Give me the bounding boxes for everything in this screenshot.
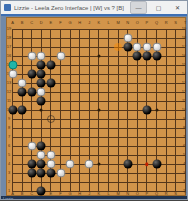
coord-label: 5 xyxy=(8,153,10,157)
coord-label: E xyxy=(50,192,53,196)
coord-label: L xyxy=(107,21,109,25)
coord-label: 1 xyxy=(183,189,185,193)
coord-label: T xyxy=(184,21,186,25)
coord-label: K xyxy=(98,192,101,196)
coord-label: 15 xyxy=(182,63,186,67)
black-stone xyxy=(142,52,151,61)
coord-label: 1 xyxy=(8,189,10,193)
white-stone xyxy=(152,43,161,52)
coord-label: J xyxy=(88,192,90,196)
black-stone xyxy=(8,106,17,115)
coord-label: J xyxy=(88,21,90,25)
black-stone xyxy=(133,52,142,61)
titlebar-accent-line xyxy=(1,14,187,16)
black-stone xyxy=(18,88,27,97)
black-stone xyxy=(152,160,161,169)
black-stone xyxy=(18,106,27,115)
white-stone xyxy=(133,43,142,52)
coord-label: P xyxy=(146,192,149,196)
white-stone xyxy=(37,88,46,97)
coord-label: Q xyxy=(155,21,158,25)
black-stone xyxy=(27,88,36,97)
coord-label: 11 xyxy=(7,99,11,103)
coord-label: 8 xyxy=(8,126,10,130)
window-title: Lizzie - Leela Zero Interface | [W] vs ?… xyxy=(14,5,130,11)
black-stone xyxy=(37,79,46,88)
coord-label: A xyxy=(11,21,14,25)
grid-line xyxy=(108,29,109,192)
black-stone xyxy=(46,61,55,70)
coord-label: 19 xyxy=(182,27,186,31)
coord-label: C xyxy=(30,21,33,25)
coord-label: 10 xyxy=(182,108,186,112)
star-point xyxy=(155,109,158,112)
black-stone xyxy=(123,43,132,52)
coord-label: 17 xyxy=(182,45,186,49)
white-stone xyxy=(56,52,65,61)
coord-label: K xyxy=(98,21,101,25)
coord-label: S xyxy=(174,21,177,25)
coord-label: R xyxy=(165,192,168,196)
coord-label: N xyxy=(126,21,129,25)
grid-line xyxy=(175,29,176,192)
coord-label: 12 xyxy=(182,90,186,94)
black-stone xyxy=(27,160,36,169)
coord-label: M xyxy=(116,21,119,25)
coord-label: F xyxy=(59,192,61,196)
coord-label: 18 xyxy=(182,36,186,40)
grid-line xyxy=(12,119,186,120)
coord-label: H xyxy=(78,21,81,25)
star-point xyxy=(97,109,100,112)
coord-label: O xyxy=(136,21,139,25)
coord-label: 19 xyxy=(7,27,11,31)
coord-label: F xyxy=(59,21,61,25)
coord-label: D xyxy=(40,21,43,25)
coord-label: 11 xyxy=(182,99,186,103)
coord-label: 2 xyxy=(8,180,10,184)
grid-line xyxy=(12,137,186,138)
black-stone xyxy=(37,97,46,106)
coord-label: Q xyxy=(155,192,158,196)
coord-label: 9 xyxy=(183,117,185,121)
coord-label: L xyxy=(107,192,109,196)
candidate-faint-marker xyxy=(114,43,122,51)
white-stone xyxy=(37,52,46,61)
black-stone xyxy=(37,160,46,169)
grid-line xyxy=(166,29,167,192)
coord-label: H xyxy=(78,192,81,196)
coord-label: P xyxy=(146,21,149,25)
black-stone xyxy=(123,160,132,169)
black-stone xyxy=(152,52,161,61)
coord-label: G xyxy=(69,21,72,25)
white-stone xyxy=(8,70,17,79)
coord-label: 18 xyxy=(7,36,11,40)
black-stone xyxy=(37,61,46,70)
candidate-dot-marker xyxy=(145,162,149,166)
white-stone xyxy=(46,151,55,160)
coord-label: 3 xyxy=(8,171,10,175)
status-bar: Lizzie xyxy=(1,196,187,200)
coord-label: C xyxy=(30,192,33,196)
app-icon xyxy=(4,4,11,11)
white-stone xyxy=(123,34,132,43)
lizzie-window: Lizzie - Leela Zero Interface | [W] vs ?… xyxy=(0,0,188,200)
go-board[interactable]: AABBCCDDEEFFGGHHJJKKLLMMNNOOPPQQRRSSTT19… xyxy=(6,17,186,196)
black-stone xyxy=(37,142,46,151)
coord-label: M xyxy=(116,192,119,196)
coord-label: 3 xyxy=(183,171,185,175)
star-point xyxy=(97,163,100,166)
coord-label: 7 xyxy=(8,135,10,139)
coord-label: N xyxy=(126,192,129,196)
best-move-marker xyxy=(8,61,17,70)
white-stone xyxy=(27,52,36,61)
grid-line xyxy=(118,29,119,192)
coord-label: S xyxy=(174,192,177,196)
coord-label: 6 xyxy=(8,144,10,148)
title-bar: Lizzie - Leela Zero Interface | [W] vs ?… xyxy=(1,1,187,14)
coord-label: 8 xyxy=(183,126,185,130)
black-stone xyxy=(27,70,36,79)
coord-label: A xyxy=(11,192,14,196)
coord-label: 4 xyxy=(8,162,10,166)
status-text: Lizzie xyxy=(3,197,13,201)
coord-label: E xyxy=(50,21,53,25)
coord-label: 17 xyxy=(7,45,11,49)
close-button[interactable]: ✕ xyxy=(170,2,185,13)
coord-label: 4 xyxy=(183,162,185,166)
coord-label: G xyxy=(69,192,72,196)
coord-label: B xyxy=(21,192,24,196)
coord-label: 16 xyxy=(7,54,11,58)
black-stone xyxy=(37,187,46,196)
coord-label: 9 xyxy=(8,117,10,121)
white-stone xyxy=(142,43,151,52)
grid-line xyxy=(12,128,186,129)
grid-line xyxy=(12,182,186,183)
black-stone xyxy=(37,169,46,178)
coord-label: 6 xyxy=(183,144,185,148)
white-stone xyxy=(46,160,55,169)
coord-label: 16 xyxy=(182,54,186,58)
black-stone xyxy=(46,79,55,88)
maximize-button[interactable]: ▢ xyxy=(151,2,166,13)
star-point xyxy=(40,109,43,112)
coord-label: B xyxy=(21,21,24,25)
coord-label: 5 xyxy=(183,153,185,157)
black-stone xyxy=(37,70,46,79)
white-stone xyxy=(85,160,94,169)
ghost-move-marker xyxy=(47,115,55,123)
coord-label: 14 xyxy=(182,72,186,76)
coord-label: R xyxy=(165,21,168,25)
coord-label: 13 xyxy=(7,81,11,85)
white-stone xyxy=(66,160,75,169)
white-stone xyxy=(27,142,36,151)
black-stone xyxy=(46,169,55,178)
coord-label: O xyxy=(136,192,139,196)
black-stone xyxy=(142,106,151,115)
black-stone xyxy=(27,169,36,178)
coord-label: 7 xyxy=(183,135,185,139)
coord-label: 12 xyxy=(7,90,11,94)
white-stone xyxy=(37,151,46,160)
white-stone xyxy=(56,169,65,178)
minimize-button[interactable]: — xyxy=(130,1,147,14)
white-stone xyxy=(18,79,27,88)
star-point xyxy=(97,55,100,58)
coord-label: 13 xyxy=(182,81,186,85)
coord-label: 2 xyxy=(183,180,185,184)
